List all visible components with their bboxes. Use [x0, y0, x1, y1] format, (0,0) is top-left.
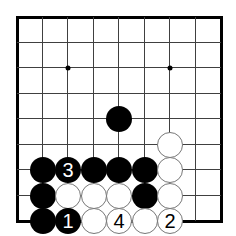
stone-black [30, 157, 56, 183]
stone-black [106, 106, 132, 132]
move-number-label: 1 [62, 211, 73, 231]
move-number-label: 2 [164, 211, 175, 231]
stone-black [132, 183, 158, 209]
stone-white: 4 [106, 208, 132, 234]
go-board: 3142 [0, 0, 236, 236]
stone-white [157, 157, 183, 183]
stone-white [81, 183, 107, 209]
stone-black [30, 183, 56, 209]
move-number-label: 3 [62, 160, 73, 180]
stones-layer: 3142 [0, 0, 236, 236]
stone-black [81, 157, 107, 183]
stone-white [55, 183, 81, 209]
star-point [168, 66, 173, 71]
stone-black [106, 157, 132, 183]
stone-black: 1 [55, 208, 81, 234]
star-point [66, 66, 71, 71]
move-number-label: 4 [113, 211, 124, 231]
stone-black [132, 157, 158, 183]
stone-white: 2 [157, 208, 183, 234]
stone-white [106, 183, 132, 209]
stone-white [157, 183, 183, 209]
stone-black [30, 208, 56, 234]
stone-black: 3 [55, 157, 81, 183]
stone-white [81, 208, 107, 234]
stone-white [157, 132, 183, 158]
stone-white [132, 208, 158, 234]
